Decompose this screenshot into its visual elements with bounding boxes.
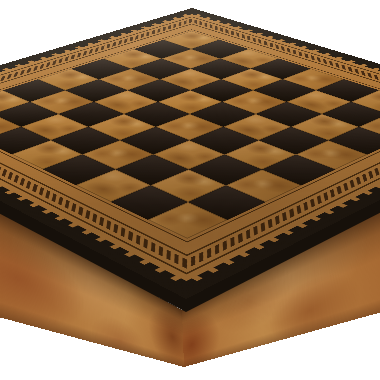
product-photo-canvas	[0, 0, 380, 380]
